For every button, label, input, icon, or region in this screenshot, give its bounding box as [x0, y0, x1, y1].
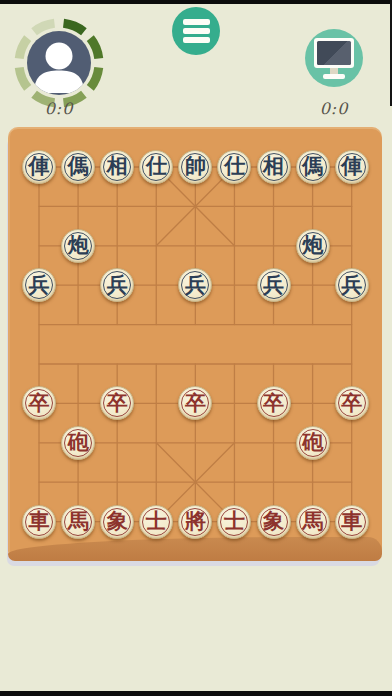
board-cell: 相: [254, 147, 293, 186]
piece-glyph: 俥: [341, 156, 362, 177]
xiangqi-piece-north[interactable]: 仕: [139, 150, 173, 184]
board-cell: 卒: [98, 384, 137, 423]
piece-glyph: 兵: [185, 274, 206, 295]
ring-segment: [64, 23, 84, 31]
xiangqi-piece-south[interactable]: 砲: [61, 426, 95, 460]
piece-glyph: 相: [263, 156, 284, 177]
piece-glyph: 相: [107, 156, 128, 177]
xiangqi-piece-south[interactable]: 馬: [296, 505, 330, 539]
board-cell: 士: [137, 502, 176, 541]
xiangqi-piece-north[interactable]: 傌: [296, 150, 330, 184]
piece-glyph: 卒: [107, 392, 128, 413]
piece-glyph: 馬: [302, 511, 323, 532]
piece-glyph: 士: [146, 511, 167, 532]
xiangqi-piece-north[interactable]: 俥: [335, 150, 369, 184]
board-cell: 卒: [20, 384, 59, 423]
xiangqi-piece-north[interactable]: 炮: [61, 229, 95, 263]
piece-glyph: 卒: [29, 392, 50, 413]
xiangqi-piece-south[interactable]: 卒: [178, 386, 212, 420]
piece-glyph: 兵: [29, 274, 50, 295]
piece-glyph: 卒: [341, 392, 362, 413]
board-cell: 帥: [176, 147, 215, 186]
piece-glyph: 兵: [107, 274, 128, 295]
piece-glyph: 砲: [302, 432, 323, 453]
board-cell: 炮: [59, 226, 98, 265]
xiangqi-piece-south[interactable]: 車: [22, 505, 56, 539]
board-cell: 卒: [332, 384, 371, 423]
piece-glyph: 車: [29, 511, 50, 532]
board-cell: 兵: [254, 265, 293, 304]
pieces-grid[interactable]: 俥傌相仕帥仕相傌俥炮炮兵兵兵兵兵卒卒卒卒卒砲砲車馬象士將士象馬車: [20, 147, 372, 541]
piece-glyph: 象: [107, 511, 128, 532]
board-cell: 兵: [176, 265, 215, 304]
board-cell: 馬: [59, 502, 98, 541]
board-cell: 兵: [98, 265, 137, 304]
piece-glyph: 象: [263, 511, 284, 532]
board-cell: 砲: [59, 423, 98, 462]
person-icon: [27, 31, 91, 95]
board-cell: 傌: [293, 147, 332, 186]
xiangqi-piece-north[interactable]: 仕: [217, 150, 251, 184]
piece-glyph: 帥: [185, 156, 206, 177]
xiangqi-piece-north[interactable]: 炮: [296, 229, 330, 263]
player-right-computer: [305, 29, 363, 87]
piece-glyph: 兵: [341, 274, 362, 295]
xiangqi-piece-north[interactable]: 俥: [22, 150, 56, 184]
xiangqi-board[interactable]: 俥傌相仕帥仕相傌俥炮炮兵兵兵兵兵卒卒卒卒卒砲砲車馬象士將士象馬車: [8, 127, 382, 561]
avatar: [27, 31, 91, 95]
status-bar-bottom: [0, 691, 392, 696]
piece-glyph: 炮: [302, 235, 323, 256]
piece-glyph: 炮: [68, 235, 89, 256]
ring-segment: [34, 23, 54, 31]
xiangqi-piece-south[interactable]: 士: [217, 505, 251, 539]
piece-glyph: 卒: [185, 392, 206, 413]
xiangqi-piece-south[interactable]: 象: [257, 505, 291, 539]
board-cell: 象: [254, 502, 293, 541]
xiangqi-piece-south[interactable]: 卒: [100, 386, 134, 420]
board-cell: 馬: [293, 502, 332, 541]
board-cell: 俥: [332, 147, 371, 186]
board-cell: 兵: [20, 265, 59, 304]
board-cell: 俥: [20, 147, 59, 186]
status-bar-top: [0, 0, 392, 4]
menu-button[interactable]: [172, 7, 220, 55]
board-cell: 炮: [293, 226, 332, 265]
board-cell: 將: [176, 502, 215, 541]
ring-segment: [90, 38, 98, 58]
piece-glyph: 俥: [29, 156, 50, 177]
xiangqi-piece-south[interactable]: 象: [100, 505, 134, 539]
piece-glyph: 砲: [68, 432, 89, 453]
board-cell: 卒: [254, 384, 293, 423]
piece-glyph: 兵: [263, 274, 284, 295]
ring-segment: [19, 38, 27, 58]
board-cell: 仕: [215, 147, 254, 186]
ring-segment: [90, 68, 98, 88]
board-cell: 砲: [293, 423, 332, 462]
xiangqi-piece-north[interactable]: 兵: [100, 268, 134, 302]
xiangqi-piece-north[interactable]: 兵: [178, 268, 212, 302]
piece-glyph: 仕: [224, 156, 245, 177]
xiangqi-piece-south[interactable]: 卒: [335, 386, 369, 420]
piece-glyph: 士: [224, 511, 245, 532]
xiangqi-piece-south[interactable]: 卒: [257, 386, 291, 420]
xiangqi-piece-south[interactable]: 士: [139, 505, 173, 539]
board-cell: 車: [20, 502, 59, 541]
hamburger-icon: [183, 19, 210, 25]
player-clock-right: 0:0: [289, 99, 379, 118]
piece-glyph: 車: [341, 511, 362, 532]
board-cell: 傌: [59, 147, 98, 186]
xiangqi-piece-north[interactable]: 相: [100, 150, 134, 184]
xiangqi-piece-north[interactable]: 兵: [22, 268, 56, 302]
app-screen: 0:0 0:0 俥傌相仕帥仕相傌俥炮炮兵兵兵兵兵卒卒卒卒卒砲砲車馬象士將士象馬車: [0, 0, 392, 696]
xiangqi-piece-south[interactable]: 將: [178, 505, 212, 539]
xiangqi-piece-north[interactable]: 兵: [257, 268, 291, 302]
computer-monitor-icon: [314, 38, 354, 68]
board-cell: 兵: [332, 265, 371, 304]
board-cell: 士: [215, 502, 254, 541]
ring-segment: [19, 68, 27, 88]
piece-glyph: 馬: [68, 511, 89, 532]
xiangqi-piece-south[interactable]: 卒: [22, 386, 56, 420]
player-clock-left: 0:0: [11, 99, 107, 118]
piece-glyph: 傌: [302, 156, 323, 177]
board-cell: 仕: [137, 147, 176, 186]
xiangqi-piece-north[interactable]: 帥: [178, 150, 212, 184]
piece-glyph: 將: [185, 511, 206, 532]
board-cell: 卒: [176, 384, 215, 423]
board-cell: 象: [98, 502, 137, 541]
xiangqi-piece-north[interactable]: 傌: [61, 150, 95, 184]
piece-glyph: 傌: [68, 156, 89, 177]
piece-glyph: 仕: [146, 156, 167, 177]
player-left-human: [11, 15, 107, 111]
piece-glyph: 卒: [263, 392, 284, 413]
xiangqi-piece-north[interactable]: 兵: [335, 268, 369, 302]
xiangqi-piece-south[interactable]: 砲: [296, 426, 330, 460]
board-cell: 車: [332, 502, 371, 541]
xiangqi-piece-north[interactable]: 相: [257, 150, 291, 184]
xiangqi-piece-south[interactable]: 車: [335, 505, 369, 539]
xiangqi-piece-south[interactable]: 馬: [61, 505, 95, 539]
board-cell: 相: [98, 147, 137, 186]
